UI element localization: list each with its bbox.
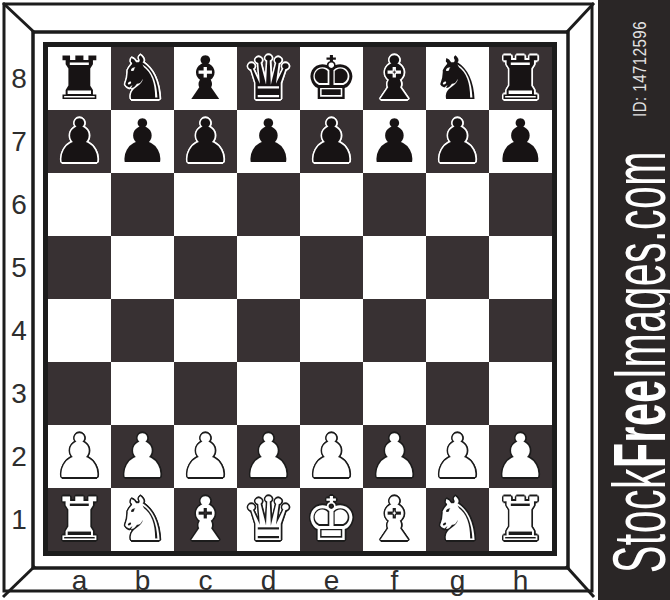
- file-label-b: b: [111, 564, 174, 598]
- square-h3[interactable]: [489, 362, 552, 425]
- square-e4[interactable]: [300, 299, 363, 362]
- square-b1[interactable]: ♞: [111, 488, 174, 551]
- square-h7[interactable]: ♟: [489, 110, 552, 173]
- white-pawn[interactable]: ♟: [305, 425, 359, 488]
- square-d6[interactable]: [237, 173, 300, 236]
- black-king[interactable]: ♚: [305, 47, 359, 110]
- square-g1[interactable]: ♞: [426, 488, 489, 551]
- white-king[interactable]: ♚: [305, 488, 359, 551]
- square-f4[interactable]: [363, 299, 426, 362]
- square-c5[interactable]: [174, 236, 237, 299]
- black-pawn[interactable]: ♟: [494, 110, 548, 173]
- square-b6[interactable]: [111, 173, 174, 236]
- file-label-d: d: [237, 564, 300, 598]
- square-a3[interactable]: [48, 362, 111, 425]
- black-bishop[interactable]: ♝: [179, 47, 233, 110]
- rank-label-4: 4: [2, 299, 36, 362]
- black-pawn[interactable]: ♟: [179, 110, 233, 173]
- watermark-strip: StockFreeImages.com ID: 14712596: [598, 0, 670, 600]
- watermark-site-bold: Free: [599, 379, 670, 468]
- file-label-f: f: [363, 564, 426, 598]
- black-knight[interactable]: ♞: [116, 47, 170, 110]
- white-rook[interactable]: ♜: [53, 488, 107, 551]
- square-c7[interactable]: ♟: [174, 110, 237, 173]
- square-a2[interactable]: ♟: [48, 425, 111, 488]
- square-f2[interactable]: ♟: [363, 425, 426, 488]
- rank-label-3: 3: [2, 362, 36, 425]
- square-e2[interactable]: ♟: [300, 425, 363, 488]
- square-f8[interactable]: ♝: [363, 47, 426, 110]
- square-d5[interactable]: [237, 236, 300, 299]
- square-f3[interactable]: [363, 362, 426, 425]
- white-bishop[interactable]: ♝: [179, 488, 233, 551]
- square-f5[interactable]: [363, 236, 426, 299]
- square-c8[interactable]: ♝: [174, 47, 237, 110]
- rank-label-5: 5: [2, 236, 36, 299]
- black-pawn[interactable]: ♟: [116, 110, 170, 173]
- square-d8[interactable]: ♛: [237, 47, 300, 110]
- black-pawn[interactable]: ♟: [368, 110, 422, 173]
- square-h8[interactable]: ♜: [489, 47, 552, 110]
- black-pawn[interactable]: ♟: [242, 110, 296, 173]
- black-rook[interactable]: ♜: [494, 47, 548, 110]
- square-c3[interactable]: [174, 362, 237, 425]
- square-a7[interactable]: ♟: [48, 110, 111, 173]
- rank-label-8: 8: [2, 47, 36, 110]
- watermark-id-text: ID: 14712596: [628, 21, 649, 117]
- square-b2[interactable]: ♟: [111, 425, 174, 488]
- square-d7[interactable]: ♟: [237, 110, 300, 173]
- square-e8[interactable]: ♚: [300, 47, 363, 110]
- file-label-c: c: [174, 564, 237, 598]
- rank-label-6: 6: [2, 173, 36, 236]
- file-label-a: a: [48, 564, 111, 598]
- square-f6[interactable]: [363, 173, 426, 236]
- square-b8[interactable]: ♞: [111, 47, 174, 110]
- frame-corner-topright: [566, 3, 594, 33]
- square-a8[interactable]: ♜: [48, 47, 111, 110]
- black-pawn[interactable]: ♟: [53, 110, 107, 173]
- rank-label-7: 7: [2, 110, 36, 173]
- square-a4[interactable]: [48, 299, 111, 362]
- square-d1[interactable]: ♛: [237, 488, 300, 551]
- watermark-site-text: StockFreeImages.com: [599, 151, 670, 573]
- square-g2[interactable]: ♟: [426, 425, 489, 488]
- square-g6[interactable]: [426, 173, 489, 236]
- file-label-h: h: [489, 564, 552, 598]
- square-h6[interactable]: [489, 173, 552, 236]
- chessboard-panel: ♜♞♝♛♚♝♞♜♟♟♟♟♟♟♟♟♟♟♟♟♟♟♟♟♜♞♝♛♚♝♞♜ 8765432…: [0, 0, 598, 600]
- board-inner-border: ♜♞♝♛♚♝♞♜♟♟♟♟♟♟♟♟♟♟♟♟♟♟♟♟♜♞♝♛♚♝♞♜: [43, 42, 557, 556]
- square-d3[interactable]: [237, 362, 300, 425]
- square-b5[interactable]: [111, 236, 174, 299]
- chess-diagram: ♜♞♝♛♚♝♞♜♟♟♟♟♟♟♟♟♟♟♟♟♟♟♟♟♜♞♝♛♚♝♞♜ 8765432…: [0, 0, 670, 600]
- watermark-site-suffix: Images.com: [599, 151, 670, 379]
- square-g8[interactable]: ♞: [426, 47, 489, 110]
- square-f1[interactable]: ♝: [363, 488, 426, 551]
- white-bishop[interactable]: ♝: [368, 488, 422, 551]
- square-g4[interactable]: [426, 299, 489, 362]
- square-c4[interactable]: [174, 299, 237, 362]
- black-knight[interactable]: ♞: [431, 47, 485, 110]
- frame-corner-topleft: [3, 3, 35, 33]
- square-e6[interactable]: [300, 173, 363, 236]
- square-g3[interactable]: [426, 362, 489, 425]
- white-pawn[interactable]: ♟: [431, 425, 485, 488]
- white-pawn[interactable]: ♟: [53, 425, 107, 488]
- black-rook[interactable]: ♜: [53, 47, 107, 110]
- rank-label-1: 1: [2, 488, 36, 551]
- black-pawn[interactable]: ♟: [431, 110, 485, 173]
- square-c1[interactable]: ♝: [174, 488, 237, 551]
- square-e1[interactable]: ♚: [300, 488, 363, 551]
- white-pawn[interactable]: ♟: [179, 425, 233, 488]
- square-g7[interactable]: ♟: [426, 110, 489, 173]
- file-label-e: e: [300, 564, 363, 598]
- white-rook[interactable]: ♜: [494, 488, 548, 551]
- square-b4[interactable]: [111, 299, 174, 362]
- square-b3[interactable]: [111, 362, 174, 425]
- white-pawn[interactable]: ♟: [242, 425, 296, 488]
- square-e5[interactable]: [300, 236, 363, 299]
- square-e3[interactable]: [300, 362, 363, 425]
- square-c6[interactable]: [174, 173, 237, 236]
- white-knight[interactable]: ♞: [116, 488, 170, 551]
- square-h1[interactable]: ♜: [489, 488, 552, 551]
- white-queen[interactable]: ♛: [242, 488, 296, 551]
- square-a5[interactable]: [48, 236, 111, 299]
- white-pawn[interactable]: ♟: [116, 425, 170, 488]
- square-h2[interactable]: ♟: [489, 425, 552, 488]
- square-b7[interactable]: ♟: [111, 110, 174, 173]
- file-label-g: g: [426, 564, 489, 598]
- square-h4[interactable]: [489, 299, 552, 362]
- black-pawn[interactable]: ♟: [305, 110, 359, 173]
- square-e7[interactable]: ♟: [300, 110, 363, 173]
- square-c2[interactable]: ♟: [174, 425, 237, 488]
- watermark-site-prefix: Stock: [599, 468, 670, 573]
- square-d4[interactable]: [237, 299, 300, 362]
- black-bishop[interactable]: ♝: [368, 47, 422, 110]
- white-pawn[interactable]: ♟: [368, 425, 422, 488]
- square-a1[interactable]: ♜: [48, 488, 111, 551]
- white-knight[interactable]: ♞: [431, 488, 485, 551]
- square-d2[interactable]: ♟: [237, 425, 300, 488]
- black-queen[interactable]: ♛: [242, 47, 296, 110]
- board-squares: ♜♞♝♛♚♝♞♜♟♟♟♟♟♟♟♟♟♟♟♟♟♟♟♟♜♞♝♛♚♝♞♜: [48, 47, 552, 551]
- square-g5[interactable]: [426, 236, 489, 299]
- white-pawn[interactable]: ♟: [494, 425, 548, 488]
- square-h5[interactable]: [489, 236, 552, 299]
- square-a6[interactable]: [48, 173, 111, 236]
- square-f7[interactable]: ♟: [363, 110, 426, 173]
- rank-label-2: 2: [2, 425, 36, 488]
